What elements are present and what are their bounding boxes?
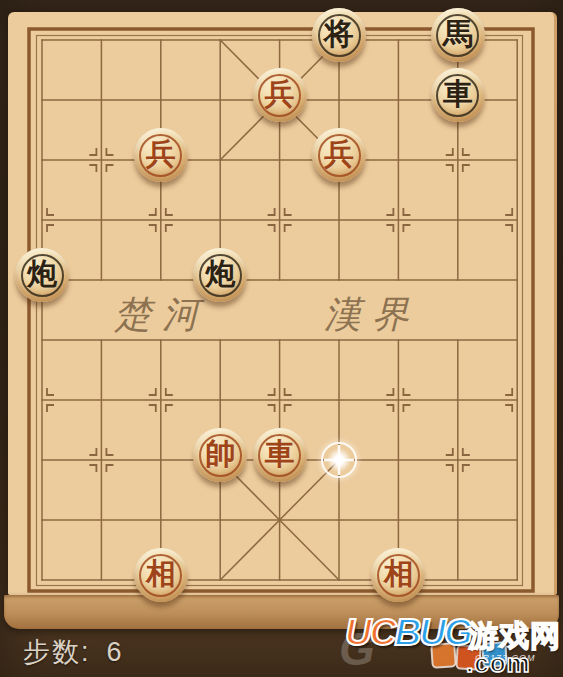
game-screen: 楚河 漢界 将馬兵車兵兵炮炮帥車相相 步数:6 G UCBUG 游戏网 CR17… [0, 0, 563, 677]
xiangqi-piece[interactable]: 相 [371, 548, 425, 602]
xiangqi-piece[interactable]: 兵 [312, 128, 366, 182]
watermark-letter: C [370, 612, 395, 653]
xiangqi-piece[interactable]: 炮 [193, 248, 247, 302]
xiangqi-piece[interactable]: 帥 [193, 428, 247, 482]
watermark: G UCBUG 游戏网 CR173.COM .com [335, 610, 563, 677]
watermark-letter: U [345, 612, 370, 653]
move-counter: 步数:6 [23, 634, 124, 670]
watermark-site-suffix: .com [466, 648, 531, 677]
watermark-letter: B [394, 612, 419, 653]
move-counter-label: 步数: [23, 637, 91, 667]
xiangqi-piece[interactable]: 車 [253, 428, 307, 482]
watermark-brand: UCBUG [345, 612, 471, 654]
xiangqi-piece[interactable]: 炮 [15, 248, 69, 302]
river-label-chu-he: 楚河 [114, 290, 210, 340]
xiangqi-piece[interactable]: 兵 [134, 128, 188, 182]
watermark-letter: G [444, 612, 471, 653]
watermark-letter: U [419, 612, 444, 653]
xiangqi-piece[interactable]: 車 [431, 68, 485, 122]
river-label-han-jie: 漢界 [324, 290, 420, 340]
xiangqi-piece[interactable]: 兵 [253, 68, 307, 122]
move-counter-value: 6 [107, 637, 124, 667]
xiangqi-piece[interactable]: 馬 [431, 8, 485, 62]
xiangqi-piece[interactable]: 相 [134, 548, 188, 602]
xiangqi-piece[interactable]: 将 [312, 8, 366, 62]
